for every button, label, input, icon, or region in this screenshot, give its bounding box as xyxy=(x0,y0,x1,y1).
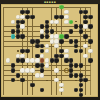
stone-white xyxy=(54,20,59,25)
stone-black xyxy=(20,20,25,25)
stone-black xyxy=(35,63,40,68)
stone-black xyxy=(79,73,84,78)
stone-black xyxy=(45,34,50,39)
stone-white xyxy=(45,63,50,68)
stone-black xyxy=(79,29,84,34)
stone-black xyxy=(20,58,25,63)
stone-black xyxy=(40,68,45,73)
stone-black xyxy=(30,83,35,88)
stone-white xyxy=(83,54,88,59)
stone-white xyxy=(54,68,59,73)
stone-white xyxy=(88,49,93,54)
stone-black xyxy=(50,58,55,63)
stone-black xyxy=(74,39,79,44)
stone-black xyxy=(16,29,21,34)
stone-black xyxy=(79,24,84,29)
go-board[interactable] xyxy=(1,4,98,97)
stone-black xyxy=(30,39,35,44)
star-point xyxy=(75,80,76,81)
stone-green xyxy=(59,34,64,39)
stone-white xyxy=(64,20,69,25)
stone-black xyxy=(35,54,40,59)
stone-white xyxy=(59,83,64,88)
stone-black xyxy=(88,15,93,20)
stone-black xyxy=(11,63,16,68)
stone-black xyxy=(74,73,79,78)
stone-black xyxy=(88,58,93,63)
stone-black xyxy=(45,29,50,34)
stone-black xyxy=(64,34,69,39)
stone-white xyxy=(20,15,25,20)
stone-black xyxy=(83,10,88,15)
stone-black xyxy=(83,20,88,25)
stone-white xyxy=(64,15,69,20)
stone-black xyxy=(50,29,55,34)
star-point xyxy=(46,80,47,81)
stone-black xyxy=(25,15,30,20)
stone-white xyxy=(64,10,69,15)
stone-black xyxy=(69,73,74,78)
stone-black xyxy=(30,15,35,20)
stone-black xyxy=(16,34,21,39)
stone-white xyxy=(40,73,45,78)
stone-black xyxy=(69,68,74,73)
stone-white xyxy=(59,88,64,93)
stone-black xyxy=(25,10,30,15)
stone-white xyxy=(50,20,55,25)
stone-white xyxy=(30,58,35,63)
stone-black xyxy=(54,58,59,63)
stone-white xyxy=(64,54,69,59)
star-point xyxy=(17,50,18,51)
stone-black xyxy=(40,34,45,39)
stone-white xyxy=(64,49,69,54)
stone-white xyxy=(35,73,40,78)
stone-black xyxy=(35,39,40,44)
stone-black xyxy=(69,39,74,44)
stone-white xyxy=(40,29,45,34)
stone-black xyxy=(54,15,59,20)
stone-black xyxy=(83,15,88,20)
star-point xyxy=(17,80,18,81)
stone-black xyxy=(88,39,93,44)
stone-black xyxy=(25,49,30,54)
stone-teal xyxy=(11,34,16,39)
stone-white xyxy=(20,24,25,29)
stone-white xyxy=(50,34,55,39)
stone-black xyxy=(59,49,64,54)
stone-black xyxy=(16,73,21,78)
stone-black xyxy=(45,20,50,25)
stone-white xyxy=(35,58,40,63)
stone-white xyxy=(54,39,59,44)
marker-ring xyxy=(64,68,69,73)
stone-white xyxy=(25,68,30,73)
stone-white xyxy=(20,54,25,59)
go-app-window: ▪▪▪▪▪ xyxy=(0,0,100,100)
stone-black xyxy=(16,58,21,63)
stone-white xyxy=(83,24,88,29)
stone-black xyxy=(88,24,93,29)
stone-black xyxy=(54,54,59,59)
stone-green xyxy=(59,5,64,10)
stone-white xyxy=(20,68,25,73)
stone-white xyxy=(45,58,50,63)
stone-white xyxy=(54,34,59,39)
stone-black xyxy=(16,20,21,25)
stone-black xyxy=(35,44,40,49)
stone-black xyxy=(79,93,84,98)
stone-black xyxy=(45,24,50,29)
stone-black xyxy=(74,24,79,29)
stone-black xyxy=(20,34,25,39)
stone-white xyxy=(30,68,35,73)
stone-black xyxy=(79,63,84,68)
stone-black xyxy=(16,24,21,29)
stone-black xyxy=(83,34,88,39)
title-text: ▪▪▪▪▪ xyxy=(44,0,56,3)
stone-black xyxy=(11,68,16,73)
stone-black xyxy=(74,63,79,68)
stone-white xyxy=(25,58,30,63)
stone-black xyxy=(59,39,64,44)
stone-black xyxy=(11,29,16,34)
stone-white xyxy=(50,39,55,44)
stone-black xyxy=(59,15,64,20)
stone-black xyxy=(64,58,69,63)
stone-black xyxy=(59,54,64,59)
